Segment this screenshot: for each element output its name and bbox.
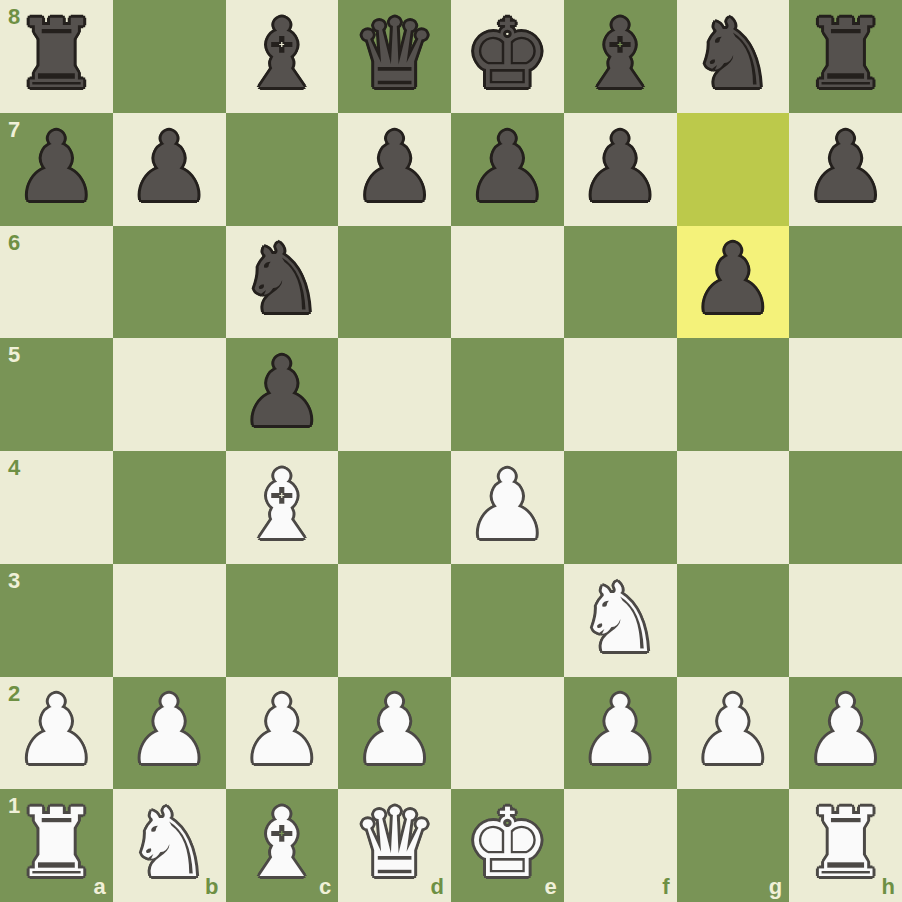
square-a6[interactable]: 6 [0, 226, 113, 339]
piece-white-rook[interactable]: ♜ [14, 796, 99, 891]
piece-white-pawn[interactable]: ♟ [578, 683, 663, 778]
square-e6[interactable] [451, 226, 564, 339]
square-c3[interactable] [226, 564, 339, 677]
square-g1[interactable]: g [677, 789, 790, 902]
piece-black-king[interactable]: ♚ [465, 7, 550, 102]
square-d6[interactable] [338, 226, 451, 339]
square-a1[interactable]: 1a♜ [0, 789, 113, 902]
piece-white-pawn[interactable]: ♟ [127, 683, 212, 778]
piece-white-king[interactable]: ♚ [465, 796, 550, 891]
square-g2[interactable]: ♟ [677, 677, 790, 790]
piece-black-pawn[interactable]: ♟ [239, 345, 324, 440]
piece-black-queen[interactable]: ♛ [352, 7, 437, 102]
square-d2[interactable]: ♟ [338, 677, 451, 790]
piece-black-pawn[interactable]: ♟ [465, 120, 550, 215]
file-label-g: g [769, 876, 782, 898]
square-f3[interactable]: ♞ [564, 564, 677, 677]
piece-black-knight[interactable]: ♞ [690, 7, 775, 102]
square-g7[interactable] [677, 113, 790, 226]
square-d7[interactable]: ♟ [338, 113, 451, 226]
square-f2[interactable]: ♟ [564, 677, 677, 790]
square-f8[interactable]: ♝ [564, 0, 677, 113]
square-d8[interactable]: ♛ [338, 0, 451, 113]
square-c6[interactable]: ♞ [226, 226, 339, 339]
square-f5[interactable] [564, 338, 677, 451]
piece-white-knight[interactable]: ♞ [578, 571, 663, 666]
square-b5[interactable] [113, 338, 226, 451]
piece-white-queen[interactable]: ♛ [352, 796, 437, 891]
square-e3[interactable] [451, 564, 564, 677]
file-label-f: f [662, 876, 669, 898]
piece-black-pawn[interactable]: ♟ [352, 120, 437, 215]
square-d4[interactable] [338, 451, 451, 564]
square-a4[interactable]: 4 [0, 451, 113, 564]
square-d1[interactable]: d♛ [338, 789, 451, 902]
square-e7[interactable]: ♟ [451, 113, 564, 226]
rank-label-6: 6 [8, 232, 20, 254]
square-h7[interactable]: ♟ [789, 113, 902, 226]
piece-black-rook[interactable]: ♜ [803, 7, 888, 102]
square-e1[interactable]: e♚ [451, 789, 564, 902]
square-f7[interactable]: ♟ [564, 113, 677, 226]
square-h8[interactable]: ♜ [789, 0, 902, 113]
piece-black-knight[interactable]: ♞ [239, 232, 324, 327]
square-e2[interactable] [451, 677, 564, 790]
square-f1[interactable]: f [564, 789, 677, 902]
rank-label-3: 3 [8, 570, 20, 592]
square-e8[interactable]: ♚ [451, 0, 564, 113]
square-g4[interactable] [677, 451, 790, 564]
square-g6[interactable]: ♟ [677, 226, 790, 339]
piece-white-pawn[interactable]: ♟ [690, 683, 775, 778]
piece-black-pawn[interactable]: ♟ [803, 120, 888, 215]
square-b1[interactable]: b♞ [113, 789, 226, 902]
square-h1[interactable]: h♜ [789, 789, 902, 902]
square-c4[interactable]: ♝ [226, 451, 339, 564]
square-c2[interactable]: ♟ [226, 677, 339, 790]
square-h4[interactable] [789, 451, 902, 564]
square-b2[interactable]: ♟ [113, 677, 226, 790]
piece-white-pawn[interactable]: ♟ [14, 683, 99, 778]
square-b8[interactable] [113, 0, 226, 113]
square-b7[interactable]: ♟ [113, 113, 226, 226]
square-d5[interactable] [338, 338, 451, 451]
piece-white-knight[interactable]: ♞ [127, 796, 212, 891]
square-h6[interactable] [789, 226, 902, 339]
piece-white-pawn[interactable]: ♟ [352, 683, 437, 778]
piece-black-pawn[interactable]: ♟ [14, 120, 99, 215]
square-a8[interactable]: 8♜ [0, 0, 113, 113]
square-c7[interactable] [226, 113, 339, 226]
square-e4[interactable]: ♟ [451, 451, 564, 564]
square-g3[interactable] [677, 564, 790, 677]
piece-white-pawn[interactable]: ♟ [239, 683, 324, 778]
square-g5[interactable] [677, 338, 790, 451]
square-a5[interactable]: 5 [0, 338, 113, 451]
piece-black-rook[interactable]: ♜ [14, 7, 99, 102]
square-h5[interactable] [789, 338, 902, 451]
piece-white-bishop[interactable]: ♝ [239, 796, 324, 891]
square-h3[interactable] [789, 564, 902, 677]
square-e5[interactable] [451, 338, 564, 451]
chess-board[interactable]: 8♜♝♛♚♝♞♜7♟♟♟♟♟♟6♞♟5♟4♝♟3♞2♟♟♟♟♟♟♟1a♜b♞c♝… [0, 0, 902, 902]
rank-label-4: 4 [8, 457, 20, 479]
square-b4[interactable] [113, 451, 226, 564]
piece-black-pawn[interactable]: ♟ [690, 232, 775, 327]
square-b3[interactable] [113, 564, 226, 677]
square-f6[interactable] [564, 226, 677, 339]
piece-white-pawn[interactable]: ♟ [465, 458, 550, 553]
piece-white-bishop[interactable]: ♝ [239, 458, 324, 553]
square-a2[interactable]: 2♟ [0, 677, 113, 790]
rank-label-5: 5 [8, 344, 20, 366]
piece-black-pawn[interactable]: ♟ [127, 120, 212, 215]
piece-black-pawn[interactable]: ♟ [578, 120, 663, 215]
square-g8[interactable]: ♞ [677, 0, 790, 113]
piece-white-pawn[interactable]: ♟ [803, 683, 888, 778]
square-h2[interactable]: ♟ [789, 677, 902, 790]
square-f4[interactable] [564, 451, 677, 564]
square-d3[interactable] [338, 564, 451, 677]
piece-white-rook[interactable]: ♜ [803, 796, 888, 891]
square-c1[interactable]: c♝ [226, 789, 339, 902]
square-a3[interactable]: 3 [0, 564, 113, 677]
square-c8[interactable]: ♝ [226, 0, 339, 113]
square-b6[interactable] [113, 226, 226, 339]
square-a7[interactable]: 7♟ [0, 113, 113, 226]
square-c5[interactable]: ♟ [226, 338, 339, 451]
piece-black-bishop[interactable]: ♝ [578, 7, 663, 102]
piece-black-bishop[interactable]: ♝ [239, 7, 324, 102]
